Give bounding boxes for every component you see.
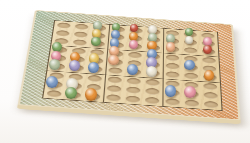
hole (145, 97, 159, 105)
hole (184, 47, 197, 54)
ball-blue-r6c3[interactable] (88, 62, 99, 73)
hole (75, 23, 89, 30)
ball-pink-r3c5[interactable] (129, 40, 138, 49)
hole (204, 92, 218, 99)
hole (204, 83, 218, 90)
hole (74, 31, 88, 38)
ball-pink-r8c8[interactable] (184, 86, 196, 98)
hole (73, 39, 87, 46)
hole (46, 90, 61, 98)
hole (57, 22, 71, 29)
ball-green-r9c2[interactable] (65, 87, 77, 99)
hole (185, 100, 199, 108)
hole (204, 101, 218, 109)
hole (165, 71, 179, 78)
hole (55, 30, 69, 37)
hole (166, 54, 179, 61)
hole (203, 57, 216, 64)
hole (128, 52, 142, 59)
hole (107, 85, 121, 92)
hole (126, 86, 140, 93)
ball-sage-r6c1[interactable] (49, 59, 60, 70)
ball-salmon-r3c7[interactable] (166, 42, 175, 51)
ball-blue-r6c5[interactable] (127, 64, 138, 75)
ball-lavender-r6c2[interactable] (69, 60, 80, 71)
hole (106, 94, 120, 102)
ball-blue-r5c8[interactable] (184, 60, 194, 70)
hole (165, 98, 179, 106)
hole (127, 77, 141, 84)
ball-green-r3c3[interactable] (91, 37, 100, 46)
hole (166, 63, 179, 70)
ball-cream-r6c6[interactable] (146, 66, 157, 77)
hole (88, 75, 102, 82)
hole (184, 73, 198, 80)
ball-blue-r8c7[interactable] (165, 85, 177, 97)
product-photo-wooden-sudoku (0, 0, 250, 143)
hole (146, 79, 160, 86)
ball-orange-r6c9[interactable] (204, 70, 215, 81)
hole (126, 96, 140, 104)
ball-salmon-r5c4[interactable] (108, 55, 118, 65)
ball-orange-r9c3[interactable] (85, 88, 97, 100)
hole (107, 76, 121, 83)
hole (146, 88, 160, 95)
hole (108, 67, 122, 74)
